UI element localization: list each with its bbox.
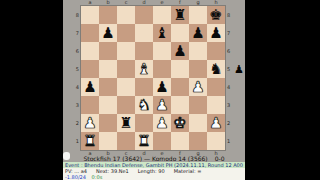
coord-label: 2 bbox=[74, 114, 79, 132]
black-bishop: ♝ bbox=[153, 24, 171, 42]
white-king: ♚ bbox=[171, 114, 189, 132]
square-c2: ♜ bbox=[117, 114, 135, 132]
black-pawn: ♟ bbox=[153, 78, 171, 96]
square-g5 bbox=[189, 60, 207, 78]
white-pawn: ♟ bbox=[189, 78, 207, 96]
white-knight: ♞ bbox=[135, 96, 153, 114]
coord-label: 3 bbox=[227, 96, 232, 114]
square-e4: ♟ bbox=[153, 78, 171, 96]
coord-label: 8 bbox=[227, 6, 232, 24]
square-b8 bbox=[99, 6, 117, 24]
square-b7: ♟ bbox=[99, 24, 117, 42]
square-f3 bbox=[171, 96, 189, 114]
square-g6 bbox=[189, 42, 207, 60]
black-pawn: ♟ bbox=[207, 24, 225, 42]
coord-label: 6 bbox=[227, 42, 232, 60]
square-b2 bbox=[99, 114, 117, 132]
square-a7 bbox=[81, 24, 99, 42]
material-indicator-black-pawn-icon: ♟ bbox=[234, 64, 244, 76]
square-g4: ♟ bbox=[189, 78, 207, 96]
eval-score: -1.80/24 bbox=[65, 174, 86, 180]
black-rook: ♜ bbox=[117, 114, 135, 132]
coord-label: 8 bbox=[74, 6, 79, 24]
square-a4: ♟ bbox=[81, 78, 99, 96]
square-h6 bbox=[207, 42, 225, 60]
square-a1: ♜ bbox=[81, 132, 99, 150]
coord-label: 6 bbox=[74, 42, 79, 60]
black-pawn: ♟ bbox=[99, 24, 117, 42]
square-a5 bbox=[81, 60, 99, 78]
coord-label: 1 bbox=[227, 132, 232, 150]
rank-labels-right: 87654321 bbox=[227, 6, 232, 150]
chess-board: ♜♚♟♝♟♟♟♝♞♟♟♟♞♟♟♜♟♚♟♜♜ bbox=[80, 5, 226, 151]
square-a3 bbox=[81, 96, 99, 114]
coord-label: 3 bbox=[74, 96, 79, 114]
square-d7 bbox=[135, 24, 153, 42]
rank-labels-left: 87654321 bbox=[74, 6, 79, 150]
black-knight: ♞ bbox=[207, 60, 225, 78]
square-h1 bbox=[207, 132, 225, 150]
square-f7 bbox=[171, 24, 189, 42]
square-g3 bbox=[189, 96, 207, 114]
square-f4 bbox=[171, 78, 189, 96]
square-d8 bbox=[135, 6, 153, 24]
square-b4 bbox=[99, 78, 117, 96]
square-h3 bbox=[207, 96, 225, 114]
square-h7: ♟ bbox=[207, 24, 225, 42]
square-c4 bbox=[117, 78, 135, 96]
matchup-text: Stockfish 17 (3642) — Komodo 14 (3566) bbox=[83, 155, 207, 162]
square-d3: ♞ bbox=[135, 96, 153, 114]
square-c1 bbox=[117, 132, 135, 150]
square-f6: ♟ bbox=[171, 42, 189, 60]
video-frame: abcdefgh abcdefgh 87654321 87654321 ♜♚♟♝… bbox=[63, 0, 245, 180]
square-g7: ♟ bbox=[189, 24, 207, 42]
square-c5 bbox=[117, 60, 135, 78]
square-d2 bbox=[135, 114, 153, 132]
square-e2: ♟ bbox=[153, 114, 171, 132]
square-e6 bbox=[153, 42, 171, 60]
coord-label: 5 bbox=[227, 60, 232, 78]
black-pawn: ♟ bbox=[171, 42, 189, 60]
square-d4 bbox=[135, 78, 153, 96]
eval-time: 0:0s bbox=[92, 174, 103, 180]
square-f8: ♜ bbox=[171, 6, 189, 24]
square-e5 bbox=[153, 60, 171, 78]
square-c8 bbox=[117, 6, 135, 24]
eval-line: -1.80/24 0:0s bbox=[63, 174, 245, 180]
square-c3 bbox=[117, 96, 135, 114]
black-king: ♚ bbox=[207, 6, 225, 24]
coord-label: 4 bbox=[227, 78, 232, 96]
square-h8: ♚ bbox=[207, 6, 225, 24]
square-h4 bbox=[207, 78, 225, 96]
square-a2: ♟ bbox=[81, 114, 99, 132]
square-b6 bbox=[99, 42, 117, 60]
coord-label: 7 bbox=[227, 24, 232, 42]
white-bishop: ♝ bbox=[135, 60, 153, 78]
square-e8 bbox=[153, 6, 171, 24]
coord-label: 2 bbox=[227, 114, 232, 132]
coord-label: 1 bbox=[74, 132, 79, 150]
square-e1 bbox=[153, 132, 171, 150]
square-b5 bbox=[99, 60, 117, 78]
square-e7: ♝ bbox=[153, 24, 171, 42]
coord-label: 5 bbox=[74, 60, 79, 78]
square-d6 bbox=[135, 42, 153, 60]
result-text: 0-0 bbox=[215, 155, 225, 162]
square-h2: ♟ bbox=[207, 114, 225, 132]
black-pawn: ♟ bbox=[81, 78, 99, 96]
square-a6 bbox=[81, 42, 99, 60]
white-pawn: ♟ bbox=[153, 96, 171, 114]
square-e3: ♟ bbox=[153, 96, 171, 114]
black-rook: ♜ bbox=[171, 6, 189, 24]
square-g2 bbox=[189, 114, 207, 132]
square-b3 bbox=[99, 96, 117, 114]
square-d1: ♜ bbox=[135, 132, 153, 150]
coord-label: 4 bbox=[74, 78, 79, 96]
square-f5 bbox=[171, 60, 189, 78]
white-pawn: ♟ bbox=[81, 114, 99, 132]
players-line: Stockfish 17 (3642) — Komodo 14 (3566) 0… bbox=[63, 155, 245, 162]
square-h5: ♞ bbox=[207, 60, 225, 78]
coord-label: 7 bbox=[74, 24, 79, 42]
square-f1 bbox=[171, 132, 189, 150]
square-g1 bbox=[189, 132, 207, 150]
square-g8 bbox=[189, 6, 207, 24]
white-rook: ♜ bbox=[135, 132, 153, 150]
square-f2: ♚ bbox=[171, 114, 189, 132]
white-rook: ♜ bbox=[81, 132, 99, 150]
square-d5: ♝ bbox=[135, 60, 153, 78]
square-b1 bbox=[99, 132, 117, 150]
square-c6 bbox=[117, 42, 135, 60]
white-pawn: ♟ bbox=[207, 114, 225, 132]
black-pawn: ♟ bbox=[189, 24, 207, 42]
white-pawn: ♟ bbox=[153, 114, 171, 132]
square-a8 bbox=[81, 6, 99, 24]
square-c7 bbox=[117, 24, 135, 42]
